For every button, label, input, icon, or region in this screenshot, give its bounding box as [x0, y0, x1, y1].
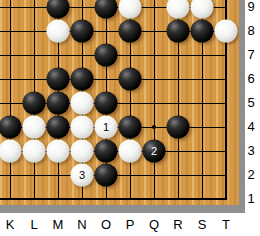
stone-black-N8[interactable] [71, 20, 94, 43]
stone-white-T8[interactable] [215, 20, 238, 43]
col-label-L: L [25, 217, 43, 232]
stone-white-M8[interactable] [47, 20, 70, 43]
go-board[interactable]: 123 [0, 0, 239, 205]
stone-white-L3[interactable] [23, 140, 46, 163]
row-label-7: 7 [243, 48, 259, 62]
stone-black-Q3[interactable]: 2 [143, 140, 166, 163]
stone-black-R4[interactable] [167, 116, 190, 139]
stone-white-N5[interactable] [71, 92, 94, 115]
stone-black-M4[interactable] [47, 116, 70, 139]
stone-white-R9[interactable] [167, 0, 190, 19]
stone-white-O4[interactable]: 1 [95, 116, 118, 139]
row-label-6: 6 [243, 72, 259, 86]
row-label-1: 1 [243, 192, 259, 206]
stone-black-O2[interactable] [95, 164, 118, 187]
stone-black-N6[interactable] [71, 68, 94, 91]
col-label-M: M [49, 217, 67, 232]
stone-black-M5[interactable] [47, 92, 70, 115]
col-label-K: K [1, 217, 19, 232]
row-label-3: 3 [243, 144, 259, 158]
stone-black-P8[interactable] [119, 20, 142, 43]
row-label-2: 2 [243, 168, 259, 182]
stone-black-R8[interactable] [167, 20, 190, 43]
stone-black-K4[interactable] [0, 116, 22, 139]
star-point-Q4 [152, 125, 156, 129]
stone-black-M9[interactable] [47, 0, 70, 19]
stone-white-N3[interactable] [71, 140, 94, 163]
col-label-R: R [169, 217, 187, 232]
board-shadow-bottom [0, 205, 245, 213]
col-label-Q: Q [145, 217, 163, 232]
col-label-T: T [217, 217, 235, 232]
stone-black-O7[interactable] [95, 44, 118, 67]
stone-black-O9[interactable] [95, 0, 118, 19]
row-label-5: 5 [243, 96, 259, 110]
grid-line-row-1 [0, 198, 227, 200]
stone-white-S9[interactable] [191, 0, 214, 19]
stone-black-L5[interactable] [23, 92, 46, 115]
row-label-4: 4 [243, 120, 259, 134]
col-label-N: N [73, 217, 91, 232]
stone-white-M3[interactable] [47, 140, 70, 163]
grid-line-col-K [10, 0, 11, 200]
move-number-2: 2 [151, 146, 157, 157]
stone-white-P3[interactable] [119, 140, 142, 163]
row-label-9: 9 [243, 0, 259, 14]
grid-line-col-Q [154, 0, 155, 200]
col-label-S: S [193, 217, 211, 232]
go-diagram: 123 KLMNOPQRST987654321 [0, 0, 260, 236]
stone-black-M6[interactable] [47, 68, 70, 91]
stone-black-P6[interactable] [119, 68, 142, 91]
col-label-O: O [97, 217, 115, 232]
move-number-3: 3 [79, 170, 85, 181]
row-label-8: 8 [243, 24, 259, 38]
stone-white-K3[interactable] [0, 140, 22, 163]
stone-black-O5[interactable] [95, 92, 118, 115]
stone-white-N4[interactable] [71, 116, 94, 139]
stone-white-L4[interactable] [23, 116, 46, 139]
stone-black-S8[interactable] [191, 20, 214, 43]
move-number-1: 1 [103, 122, 109, 133]
stone-black-P4[interactable] [119, 116, 142, 139]
stone-white-P9[interactable] [119, 0, 142, 19]
col-label-P: P [121, 217, 139, 232]
stone-white-N2[interactable]: 3 [71, 164, 94, 187]
stone-black-O3[interactable] [95, 140, 118, 163]
grid-line-row-6 [0, 79, 227, 80]
